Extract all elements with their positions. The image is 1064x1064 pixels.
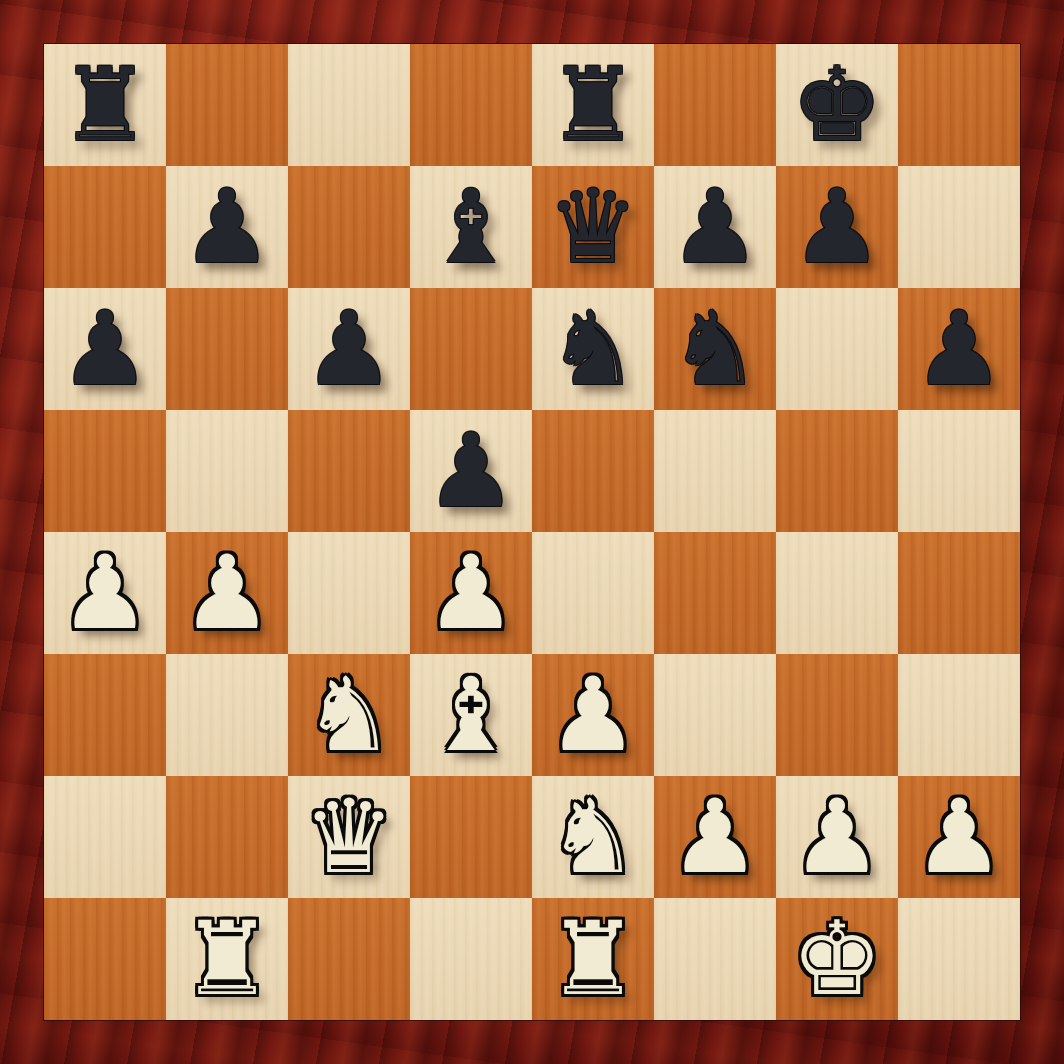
square-a1[interactable] [44, 898, 166, 1020]
square-d3[interactable]: ♝ [410, 654, 532, 776]
square-c5[interactable] [288, 410, 410, 532]
piece-black-pawn-b7[interactable]: ♟ [181, 166, 272, 288]
square-b8[interactable] [166, 44, 288, 166]
square-b1[interactable]: ♜ [166, 898, 288, 1020]
square-f3[interactable] [654, 654, 776, 776]
piece-black-rook-a8[interactable]: ♜ [59, 44, 150, 166]
square-b3[interactable] [166, 654, 288, 776]
square-g4[interactable] [776, 532, 898, 654]
square-e3[interactable]: ♟ [532, 654, 654, 776]
square-f2[interactable]: ♟ [654, 776, 776, 898]
square-a5[interactable] [44, 410, 166, 532]
piece-white-rook-e1[interactable]: ♜ [547, 898, 638, 1020]
square-d2[interactable] [410, 776, 532, 898]
square-h2[interactable]: ♟ [898, 776, 1020, 898]
piece-black-rook-e8[interactable]: ♜ [547, 44, 638, 166]
square-h1[interactable] [898, 898, 1020, 1020]
square-b7[interactable]: ♟ [166, 166, 288, 288]
square-g6[interactable] [776, 288, 898, 410]
square-a7[interactable] [44, 166, 166, 288]
square-b6[interactable] [166, 288, 288, 410]
piece-black-pawn-h6[interactable]: ♟ [913, 288, 1004, 410]
piece-white-queen-c2[interactable]: ♛ [303, 776, 394, 898]
piece-black-knight-e6[interactable]: ♞ [547, 288, 638, 410]
square-d5[interactable]: ♟ [410, 410, 532, 532]
square-c2[interactable]: ♛ [288, 776, 410, 898]
square-e5[interactable] [532, 410, 654, 532]
square-b5[interactable] [166, 410, 288, 532]
piece-black-pawn-g7[interactable]: ♟ [791, 166, 882, 288]
square-d1[interactable] [410, 898, 532, 1020]
piece-white-knight-e2[interactable]: ♞ [547, 776, 638, 898]
piece-white-pawn-d4[interactable]: ♟ [425, 532, 516, 654]
square-h6[interactable]: ♟ [898, 288, 1020, 410]
piece-black-pawn-f7[interactable]: ♟ [669, 166, 760, 288]
square-d4[interactable]: ♟ [410, 532, 532, 654]
square-d8[interactable] [410, 44, 532, 166]
square-c6[interactable]: ♟ [288, 288, 410, 410]
square-a8[interactable]: ♜ [44, 44, 166, 166]
square-h4[interactable] [898, 532, 1020, 654]
square-f6[interactable]: ♞ [654, 288, 776, 410]
piece-white-pawn-g2[interactable]: ♟ [791, 776, 882, 898]
piece-black-pawn-c6[interactable]: ♟ [303, 288, 394, 410]
piece-white-pawn-f2[interactable]: ♟ [669, 776, 760, 898]
piece-white-pawn-e3[interactable]: ♟ [547, 654, 638, 776]
square-c1[interactable] [288, 898, 410, 1020]
square-a4[interactable]: ♟ [44, 532, 166, 654]
square-g1[interactable]: ♚ [776, 898, 898, 1020]
piece-black-king-g8[interactable]: ♚ [791, 44, 882, 166]
square-f7[interactable]: ♟ [654, 166, 776, 288]
piece-white-rook-b1[interactable]: ♜ [181, 898, 272, 1020]
piece-black-bishop-d7[interactable]: ♝ [425, 166, 516, 288]
square-e6[interactable]: ♞ [532, 288, 654, 410]
square-g5[interactable] [776, 410, 898, 532]
chess-board: ♜♜♚♟♝♛♟♟♟♟♞♞♟♟♟♟♟♞♝♟♛♞♟♟♟♜♜♚ [44, 44, 1020, 1020]
square-a2[interactable] [44, 776, 166, 898]
square-g2[interactable]: ♟ [776, 776, 898, 898]
square-d7[interactable]: ♝ [410, 166, 532, 288]
piece-white-king-g1[interactable]: ♚ [791, 898, 882, 1020]
square-h5[interactable] [898, 410, 1020, 532]
square-f8[interactable] [654, 44, 776, 166]
square-e4[interactable] [532, 532, 654, 654]
square-a3[interactable] [44, 654, 166, 776]
square-c7[interactable] [288, 166, 410, 288]
square-d6[interactable] [410, 288, 532, 410]
square-c4[interactable] [288, 532, 410, 654]
piece-black-knight-f6[interactable]: ♞ [669, 288, 760, 410]
square-f4[interactable] [654, 532, 776, 654]
piece-black-pawn-d5[interactable]: ♟ [425, 410, 516, 532]
piece-black-queen-e7[interactable]: ♛ [547, 166, 638, 288]
square-e1[interactable]: ♜ [532, 898, 654, 1020]
piece-white-bishop-d3[interactable]: ♝ [425, 654, 516, 776]
square-e2[interactable]: ♞ [532, 776, 654, 898]
square-h8[interactable] [898, 44, 1020, 166]
square-b2[interactable] [166, 776, 288, 898]
square-g7[interactable]: ♟ [776, 166, 898, 288]
square-a6[interactable]: ♟ [44, 288, 166, 410]
board-frame: ♜♜♚♟♝♛♟♟♟♟♞♞♟♟♟♟♟♞♝♟♛♞♟♟♟♜♜♚ [0, 0, 1064, 1064]
square-f5[interactable] [654, 410, 776, 532]
square-b4[interactable]: ♟ [166, 532, 288, 654]
piece-white-knight-c3[interactable]: ♞ [303, 654, 394, 776]
square-c8[interactable] [288, 44, 410, 166]
square-g8[interactable]: ♚ [776, 44, 898, 166]
square-e8[interactable]: ♜ [532, 44, 654, 166]
piece-white-pawn-h2[interactable]: ♟ [913, 776, 1004, 898]
piece-white-pawn-b4[interactable]: ♟ [181, 532, 272, 654]
square-h7[interactable] [898, 166, 1020, 288]
square-g3[interactable] [776, 654, 898, 776]
piece-white-pawn-a4[interactable]: ♟ [59, 532, 150, 654]
square-f1[interactable] [654, 898, 776, 1020]
square-e7[interactable]: ♛ [532, 166, 654, 288]
square-c3[interactable]: ♞ [288, 654, 410, 776]
piece-black-pawn-a6[interactable]: ♟ [59, 288, 150, 410]
square-h3[interactable] [898, 654, 1020, 776]
